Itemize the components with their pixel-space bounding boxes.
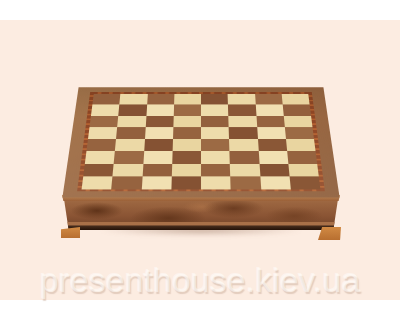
board-square[interactable]: [230, 151, 259, 163]
board-square[interactable]: [229, 139, 258, 151]
board-square[interactable]: [284, 116, 313, 127]
board-square[interactable]: [201, 94, 228, 105]
board-square[interactable]: [289, 176, 320, 189]
board-square[interactable]: [141, 176, 171, 189]
board-square[interactable]: [230, 176, 260, 189]
board-square[interactable]: [146, 105, 174, 116]
board-square[interactable]: [143, 151, 172, 163]
board-square[interactable]: [282, 105, 311, 116]
board-square[interactable]: [201, 105, 229, 116]
board-square[interactable]: [173, 116, 201, 127]
board-square[interactable]: [142, 164, 172, 177]
board-square[interactable]: [201, 164, 230, 177]
board-square[interactable]: [88, 127, 117, 139]
board-square[interactable]: [173, 105, 201, 116]
board-square[interactable]: [85, 151, 115, 163]
board-square[interactable]: [228, 94, 255, 105]
board-square[interactable]: [90, 116, 119, 127]
board-square[interactable]: [230, 164, 260, 177]
board-square[interactable]: [228, 105, 256, 116]
board-square[interactable]: [255, 105, 283, 116]
board-square[interactable]: [201, 116, 229, 127]
copper-trim-border: [77, 92, 325, 191]
board-square[interactable]: [113, 164, 143, 177]
board-square[interactable]: [255, 94, 283, 105]
board-square[interactable]: [258, 139, 287, 151]
board-square[interactable]: [82, 176, 113, 189]
board-square[interactable]: [86, 139, 116, 151]
board-square[interactable]: [147, 94, 174, 105]
board-square[interactable]: [229, 127, 258, 139]
board-square[interactable]: [171, 176, 201, 189]
board-square[interactable]: [281, 94, 309, 105]
board-square[interactable]: [120, 94, 148, 105]
board-square[interactable]: [91, 105, 120, 116]
board-square[interactable]: [114, 151, 144, 163]
board-square[interactable]: [256, 116, 285, 127]
board-square[interactable]: [259, 164, 289, 177]
board-square[interactable]: [174, 94, 201, 105]
board-square[interactable]: [172, 139, 201, 151]
board-square[interactable]: [288, 164, 319, 177]
board-square[interactable]: [144, 139, 173, 151]
board-top: [62, 87, 339, 197]
board-square[interactable]: [287, 151, 317, 163]
chess-box-side: [64, 199, 338, 230]
watermark-text: presenthouse.kiev.ua: [0, 261, 400, 300]
board-square[interactable]: [111, 176, 142, 189]
board-square[interactable]: [172, 151, 201, 163]
board-square[interactable]: [201, 151, 230, 163]
board-square[interactable]: [201, 127, 229, 139]
board-square[interactable]: [173, 127, 201, 139]
board-square[interactable]: [115, 139, 144, 151]
board-square[interactable]: [258, 151, 288, 163]
board-square[interactable]: [260, 176, 291, 189]
board-square[interactable]: [201, 139, 230, 151]
board-grid: [82, 94, 321, 190]
board-square[interactable]: [83, 164, 114, 177]
board-square[interactable]: [116, 127, 145, 139]
board-square[interactable]: [257, 127, 286, 139]
board-square[interactable]: [285, 127, 314, 139]
board-square[interactable]: [229, 116, 257, 127]
board-square[interactable]: [145, 127, 174, 139]
board-square[interactable]: [201, 176, 231, 189]
board-square[interactable]: [145, 116, 173, 127]
board-square[interactable]: [92, 94, 120, 105]
board-square[interactable]: [118, 105, 146, 116]
board-square[interactable]: [172, 164, 201, 177]
board-square[interactable]: [286, 139, 316, 151]
board-square[interactable]: [117, 116, 146, 127]
